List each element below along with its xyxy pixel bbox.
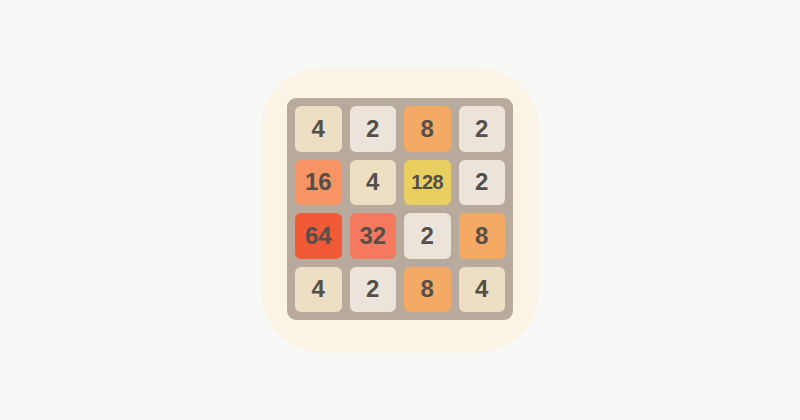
tile-r2-c4: 2 <box>459 160 506 206</box>
tile-r1-c2: 2 <box>350 106 397 152</box>
tile-r4-c3: 8 <box>404 267 451 313</box>
tile-r1-c4: 2 <box>459 106 506 152</box>
tile-r1-c3: 8 <box>404 106 451 152</box>
tile-r3-c1: 64 <box>295 213 342 259</box>
tile-r2-c2: 4 <box>350 160 397 206</box>
tile-r2-c3: 128 <box>404 160 451 206</box>
tile-r4-c1: 4 <box>295 267 342 313</box>
tile-r1-c1: 4 <box>295 106 342 152</box>
page-background: 428216412826432284284 <box>0 0 800 420</box>
app-icon-2048[interactable]: 428216412826432284284 <box>261 67 539 353</box>
tile-r3-c3: 2 <box>404 213 451 259</box>
tile-r3-c4: 8 <box>459 213 506 259</box>
tile-r2-c1: 16 <box>295 160 342 206</box>
tile-r4-c2: 2 <box>350 267 397 313</box>
board-2048[interactable]: 428216412826432284284 <box>287 98 513 320</box>
tile-r3-c2: 32 <box>350 213 397 259</box>
tile-r4-c4: 4 <box>459 267 506 313</box>
